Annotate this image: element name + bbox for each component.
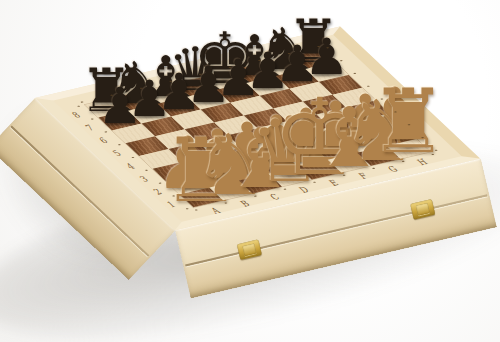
- border-dot: [131, 157, 134, 159]
- border-dot: [145, 170, 148, 172]
- brass-clasp-right[interactable]: [410, 199, 435, 220]
- border-dot: [186, 208, 189, 210]
- file-label-b: B: [238, 199, 252, 208]
- rank-label-5: 5: [110, 149, 123, 158]
- border-dot: [287, 53, 290, 55]
- file-label-e: E: [327, 178, 341, 187]
- rank-label-2: 2: [151, 187, 164, 196]
- border-dot: [394, 111, 397, 113]
- border-dot: [402, 161, 405, 163]
- clasp-hasp-icon: [416, 203, 430, 215]
- border-dot: [195, 209, 198, 211]
- file-label-a: A: [208, 206, 222, 215]
- rank-label-1: 1: [164, 200, 177, 209]
- border-dot: [80, 101, 83, 103]
- border-dot: [228, 67, 231, 69]
- file-label-h: H: [415, 157, 430, 166]
- chess-box-photo: ♜♞♝♛♚♝♞♜♟♟♟♟♟♟♟♟♟♟♟♟♟♟♟♟♜♞♝♛♚♝♞♜ 1234567…: [0, 0, 500, 342]
- border-dot: [140, 87, 143, 89]
- border-dot: [434, 150, 437, 152]
- border-dot: [326, 47, 329, 49]
- border-dot: [169, 81, 172, 83]
- border-dot: [254, 195, 257, 197]
- rank-label-6: 6: [97, 136, 110, 145]
- rank-label-7: 7: [83, 123, 96, 132]
- clasp-hasp-icon: [242, 243, 256, 255]
- brass-clasp-left[interactable]: [237, 239, 262, 260]
- border-dot: [372, 168, 375, 170]
- rank-label-3: 3: [137, 174, 150, 183]
- border-dot: [224, 202, 227, 204]
- border-dot: [77, 105, 80, 107]
- border-dot: [353, 73, 356, 75]
- file-label-d: D: [297, 185, 311, 194]
- border-dot: [367, 85, 370, 87]
- border-dot: [313, 181, 316, 183]
- file-label-f: F: [356, 171, 370, 180]
- border-dot: [421, 137, 424, 139]
- rank-label-4: 4: [124, 162, 137, 171]
- file-label-g: G: [386, 164, 400, 173]
- border-dot: [258, 60, 261, 62]
- border-dot: [110, 94, 113, 96]
- border-dot: [91, 118, 94, 120]
- file-label-c: C: [267, 192, 281, 201]
- border-dot: [283, 188, 286, 190]
- border-dot: [342, 175, 345, 177]
- border-dot: [158, 182, 161, 184]
- border-dot: [380, 98, 383, 100]
- border-dot: [118, 144, 121, 146]
- border-dot: [172, 195, 175, 197]
- border-dot: [199, 74, 202, 76]
- border-dot: [431, 154, 434, 156]
- border-dot: [317, 46, 320, 48]
- rank-label-8: 8: [70, 110, 83, 119]
- border-dot: [104, 131, 107, 133]
- border-dot: [340, 60, 343, 62]
- border-dot: [407, 124, 410, 126]
